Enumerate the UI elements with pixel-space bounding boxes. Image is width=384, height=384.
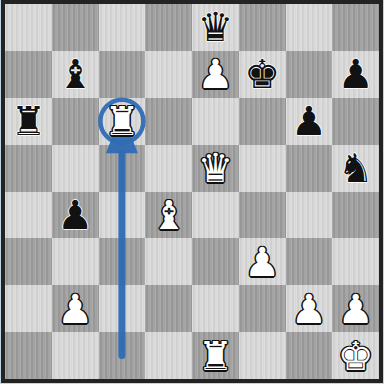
square-g3[interactable] <box>286 238 333 285</box>
square-c8[interactable] <box>99 4 146 51</box>
square-h4[interactable] <box>332 192 379 239</box>
square-h7[interactable]: ♟ <box>332 51 379 98</box>
piece-white-bishop-d4[interactable]: ♝ <box>145 192 192 239</box>
square-g6[interactable]: ♟ <box>286 98 333 145</box>
piece-white-pawn-g2[interactable]: ♟ <box>286 285 333 332</box>
square-h3[interactable] <box>332 238 379 285</box>
square-h2[interactable]: ♟ <box>332 285 379 332</box>
square-h6[interactable] <box>332 98 379 145</box>
square-c4[interactable] <box>99 192 146 239</box>
square-c5[interactable] <box>99 145 146 192</box>
square-d2[interactable] <box>145 285 192 332</box>
piece-black-king-f7[interactable]: ♚ <box>239 51 286 98</box>
piece-black-pawn-g6[interactable]: ♟ <box>286 98 333 145</box>
square-d4[interactable]: ♝ <box>145 192 192 239</box>
square-d7[interactable] <box>145 51 192 98</box>
square-e7[interactable]: ♟ <box>192 51 239 98</box>
square-e6[interactable] <box>192 98 239 145</box>
piece-black-queen-e8[interactable]: ♛ <box>192 4 239 51</box>
square-f5[interactable] <box>239 145 286 192</box>
piece-white-king-h1[interactable]: ♚ <box>332 332 379 379</box>
square-e1[interactable]: ♜ <box>192 332 239 379</box>
square-e8[interactable]: ♛ <box>192 4 239 51</box>
piece-white-queen-e5[interactable]: ♛ <box>192 145 239 192</box>
square-g1[interactable] <box>286 332 333 379</box>
square-b8[interactable] <box>52 4 99 51</box>
square-b2[interactable]: ♟ <box>52 285 99 332</box>
square-c2[interactable] <box>99 285 146 332</box>
square-a3[interactable] <box>5 238 52 285</box>
square-d5[interactable] <box>145 145 192 192</box>
square-b6[interactable] <box>52 98 99 145</box>
square-f4[interactable] <box>239 192 286 239</box>
square-g5[interactable] <box>286 145 333 192</box>
piece-black-pawn-b4[interactable]: ♟ <box>52 192 99 239</box>
square-a4[interactable] <box>5 192 52 239</box>
square-c1[interactable] <box>99 332 146 379</box>
square-e2[interactable] <box>192 285 239 332</box>
piece-white-rook-c6[interactable]: ♜ <box>99 98 146 145</box>
square-a2[interactable] <box>5 285 52 332</box>
piece-white-pawn-h2[interactable]: ♟ <box>332 285 379 332</box>
square-f8[interactable] <box>239 4 286 51</box>
square-a8[interactable] <box>5 4 52 51</box>
square-h1[interactable]: ♚ <box>332 332 379 379</box>
square-g2[interactable]: ♟ <box>286 285 333 332</box>
square-a5[interactable] <box>5 145 52 192</box>
piece-black-knight-h5[interactable]: ♞ <box>332 145 379 192</box>
piece-black-rook-a6[interactable]: ♜ <box>5 98 52 145</box>
page-background: ♛♝♟♚♟♜♜♟♛♞♟♝♟♟♟♟♜♚ <box>0 0 384 384</box>
square-g7[interactable] <box>286 51 333 98</box>
square-f3[interactable]: ♟ <box>239 238 286 285</box>
square-g4[interactable] <box>286 192 333 239</box>
square-a1[interactable] <box>5 332 52 379</box>
square-c6[interactable]: ♜ <box>99 98 146 145</box>
square-f6[interactable] <box>239 98 286 145</box>
piece-black-pawn-h7[interactable]: ♟ <box>332 51 379 98</box>
square-e5[interactable]: ♛ <box>192 145 239 192</box>
chess-board-frame: ♛♝♟♚♟♜♜♟♛♞♟♝♟♟♟♟♜♚ <box>1 0 383 383</box>
square-d3[interactable] <box>145 238 192 285</box>
piece-white-rook-e1[interactable]: ♜ <box>192 332 239 379</box>
square-g8[interactable] <box>286 4 333 51</box>
piece-white-pawn-e7[interactable]: ♟ <box>192 51 239 98</box>
square-d1[interactable] <box>145 332 192 379</box>
square-a7[interactable] <box>5 51 52 98</box>
square-h8[interactable] <box>332 4 379 51</box>
square-a6[interactable]: ♜ <box>5 98 52 145</box>
piece-white-pawn-b2[interactable]: ♟ <box>52 285 99 332</box>
square-f7[interactable]: ♚ <box>239 51 286 98</box>
square-f2[interactable] <box>239 285 286 332</box>
square-b1[interactable] <box>52 332 99 379</box>
piece-white-pawn-f3[interactable]: ♟ <box>239 238 286 285</box>
square-e4[interactable] <box>192 192 239 239</box>
square-b3[interactable] <box>52 238 99 285</box>
square-b4[interactable]: ♟ <box>52 192 99 239</box>
square-d8[interactable] <box>145 4 192 51</box>
piece-black-bishop-b7[interactable]: ♝ <box>52 51 99 98</box>
square-b7[interactable]: ♝ <box>52 51 99 98</box>
chess-board[interactable]: ♛♝♟♚♟♜♜♟♛♞♟♝♟♟♟♟♜♚ <box>5 4 379 379</box>
square-e3[interactable] <box>192 238 239 285</box>
square-b5[interactable] <box>52 145 99 192</box>
square-c3[interactable] <box>99 238 146 285</box>
square-c7[interactable] <box>99 51 146 98</box>
square-h5[interactable]: ♞ <box>332 145 379 192</box>
square-f1[interactable] <box>239 332 286 379</box>
square-d6[interactable] <box>145 98 192 145</box>
